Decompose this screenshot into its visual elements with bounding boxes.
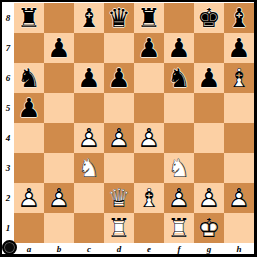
square-g1[interactable]: ♚♔ [194,213,224,243]
square-e1[interactable] [134,213,164,243]
square-d5[interactable] [104,93,134,123]
square-b1[interactable] [44,213,74,243]
rank-label-7: 7 [2,33,14,63]
square-c2[interactable] [74,183,104,213]
square-d6[interactable]: ♟ [104,63,134,93]
file-label-d: d [104,244,134,255]
square-d3[interactable] [104,153,134,183]
white-pawn-piece[interactable]: ♟♙ [74,123,104,153]
square-b3[interactable] [44,153,74,183]
square-h3[interactable] [224,153,254,183]
file-label-h: h [224,244,254,255]
square-b5[interactable] [44,93,74,123]
square-f4[interactable] [164,123,194,153]
piece-outline: ♙ [74,123,104,153]
square-c8[interactable]: ♝ [74,3,104,33]
white-rook-piece[interactable]: ♜♖ [164,213,194,243]
black-rook-piece[interactable]: ♜ [14,3,44,33]
square-a6[interactable]: ♞ [14,63,44,93]
piece-outline: ♙ [104,123,134,153]
black-pawn-piece[interactable]: ♟ [74,63,104,93]
white-pawn-piece[interactable]: ♟♙ [44,183,74,213]
piece-outline: ♗ [224,63,254,93]
square-a8[interactable]: ♜ [14,3,44,33]
chess-diagram: 8 7 6 5 4 3 2 1 ♜♝♛♜♚♝♟♟♟♟♞♟♟♞♟♝♗♟♟♙♟♙♟♙… [0,0,257,257]
piece-outline: ♖ [164,213,194,243]
rank-label-1: 1 [2,213,14,243]
white-pawn-piece[interactable]: ♟♙ [224,183,254,213]
square-g3[interactable] [194,153,224,183]
square-g5[interactable] [194,93,224,123]
black-knight-piece[interactable]: ♞ [14,63,44,93]
square-f2[interactable]: ♟♙ [164,183,194,213]
black-rook-piece[interactable]: ♜ [134,3,164,33]
square-d2[interactable]: ♛♕ [104,183,134,213]
square-f5[interactable] [164,93,194,123]
black-pawn-piece[interactable]: ♟ [14,93,44,123]
square-h1[interactable] [224,213,254,243]
black-king-piece[interactable]: ♚ [194,3,224,33]
square-b2[interactable]: ♟♙ [44,183,74,213]
square-a5[interactable]: ♟ [14,93,44,123]
rank-labels: 8 7 6 5 4 3 2 1 [2,3,14,243]
chess-board: ♜♝♛♜♚♝♟♟♟♟♞♟♟♞♟♝♗♟♟♙♟♙♟♙♞♘♞♘♟♙♟♙♛♕♝♗♟♙♟♙… [14,3,254,243]
square-f8[interactable] [164,3,194,33]
piece-outline: ♖ [104,213,134,243]
piece-outline: ♗ [134,183,164,213]
white-pawn-piece[interactable]: ♟♙ [134,123,164,153]
square-a1[interactable] [14,213,44,243]
rank-label-8: 8 [2,3,14,33]
file-label-c: c [74,244,104,255]
square-g2[interactable]: ♟♙ [194,183,224,213]
rank-label-4: 4 [2,123,14,153]
square-a7[interactable] [14,33,44,63]
white-pawn-piece[interactable]: ♟♙ [194,183,224,213]
white-pawn-piece[interactable]: ♟♙ [164,183,194,213]
square-a3[interactable] [14,153,44,183]
white-knight-piece[interactable]: ♞♘ [74,153,104,183]
square-d8[interactable]: ♛ [104,3,134,33]
piece-outline: ♘ [74,153,104,183]
square-f1[interactable]: ♜♖ [164,213,194,243]
square-e7[interactable]: ♟ [134,33,164,63]
square-c6[interactable]: ♟ [74,63,104,93]
file-label-f: f [164,244,194,255]
white-queen-piece[interactable]: ♛♕ [104,183,134,213]
white-pawn-piece[interactable]: ♟♙ [14,183,44,213]
white-rook-piece[interactable]: ♜♖ [104,213,134,243]
rank-label-2: 2 [2,183,14,213]
square-c1[interactable] [74,213,104,243]
black-knight-piece[interactable]: ♞ [164,63,194,93]
square-h4[interactable] [224,123,254,153]
square-d4[interactable]: ♟♙ [104,123,134,153]
white-bishop-piece[interactable]: ♝♗ [134,183,164,213]
square-a2[interactable]: ♟♙ [14,183,44,213]
square-b6[interactable] [44,63,74,93]
black-to-move-indicator [2,240,17,255]
square-c5[interactable] [74,93,104,123]
square-a4[interactable] [14,123,44,153]
piece-outline: ♙ [224,183,254,213]
square-b7[interactable]: ♟ [44,33,74,63]
square-b4[interactable] [44,123,74,153]
piece-outline: ♕ [104,183,134,213]
square-e3[interactable] [134,153,164,183]
square-c3[interactable]: ♞♘ [74,153,104,183]
square-g6[interactable]: ♟ [194,63,224,93]
rank-label-6: 6 [2,63,14,93]
square-d1[interactable]: ♜♖ [104,213,134,243]
square-h8[interactable]: ♝ [224,3,254,33]
white-knight-piece[interactable]: ♞♘ [164,153,194,183]
square-e8[interactable]: ♜ [134,3,164,33]
square-e4[interactable]: ♟♙ [134,123,164,153]
square-h2[interactable]: ♟♙ [224,183,254,213]
piece-outline: ♘ [164,153,194,183]
square-h7[interactable]: ♟ [224,33,254,63]
piece-outline: ♔ [194,213,224,243]
white-pawn-piece[interactable]: ♟♙ [104,123,134,153]
black-pawn-piece[interactable]: ♟ [134,33,164,63]
black-pawn-piece[interactable]: ♟ [224,33,254,63]
square-c4[interactable]: ♟♙ [74,123,104,153]
black-bishop-piece[interactable]: ♝ [224,3,254,33]
square-c7[interactable] [74,33,104,63]
black-bishop-piece[interactable]: ♝ [74,3,104,33]
rank-label-3: 3 [2,153,14,183]
file-label-g: g [194,244,224,255]
white-king-piece[interactable]: ♚♔ [194,213,224,243]
square-g8[interactable]: ♚ [194,3,224,33]
square-b8[interactable] [44,3,74,33]
piece-outline: ♙ [194,183,224,213]
piece-outline: ♙ [164,183,194,213]
square-f3[interactable]: ♞♘ [164,153,194,183]
square-h5[interactable] [224,93,254,123]
piece-outline: ♙ [134,123,164,153]
black-pawn-piece[interactable]: ♟ [164,33,194,63]
square-h6[interactable]: ♝♗ [224,63,254,93]
square-e5[interactable] [134,93,164,123]
file-label-b: b [44,244,74,255]
square-f7[interactable]: ♟ [164,33,194,63]
rank-label-5: 5 [2,93,14,123]
piece-outline: ♙ [44,183,74,213]
file-label-a: a [14,244,44,255]
white-bishop-piece[interactable]: ♝♗ [224,63,254,93]
black-pawn-piece[interactable]: ♟ [104,63,134,93]
black-pawn-piece[interactable]: ♟ [44,33,74,63]
square-e6[interactable] [134,63,164,93]
square-g7[interactable] [194,33,224,63]
file-label-e: e [134,244,164,255]
file-labels: a b c d e f g h [14,244,254,255]
black-queen-piece[interactable]: ♛ [104,3,134,33]
square-f6[interactable]: ♞ [164,63,194,93]
black-pawn-piece[interactable]: ♟ [194,63,224,93]
square-d7[interactable] [104,33,134,63]
piece-outline: ♙ [14,183,44,213]
square-g4[interactable] [194,123,224,153]
square-e2[interactable]: ♝♗ [134,183,164,213]
